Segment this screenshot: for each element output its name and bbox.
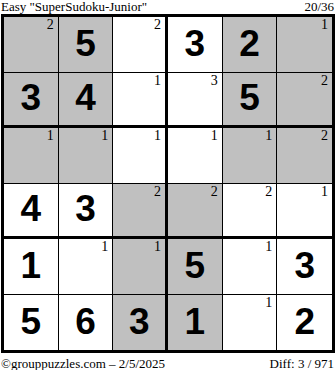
cell-r3c5[interactable]: 1: [223, 128, 278, 184]
cell-value: 1: [21, 247, 42, 286]
given-counter: 20/36: [304, 0, 334, 14]
cell-value: 3: [129, 303, 150, 342]
pencil-mark: 1: [265, 240, 272, 254]
pencil-mark: 3: [211, 74, 218, 88]
cell-value: 3: [75, 190, 96, 229]
cell-r6c3[interactable]: 3: [113, 295, 168, 351]
pencil-mark: 2: [211, 185, 218, 199]
cell-r5c3[interactable]: 1: [113, 239, 168, 295]
pencil-mark: 1: [154, 74, 161, 88]
pencil-mark: 1: [47, 129, 54, 143]
cell-r4c6[interactable]: 1: [277, 184, 332, 240]
cell-r1c6[interactable]: 1: [277, 17, 332, 73]
pencil-mark: 1: [154, 240, 161, 254]
cell-value: 3: [185, 25, 206, 64]
cell-r6c4[interactable]: 1: [168, 295, 223, 351]
cell-value: 6: [75, 303, 96, 342]
cell-r6c6[interactable]: 2: [277, 295, 332, 351]
cell-r1c5[interactable]: 2: [223, 17, 278, 73]
pencil-mark: 2: [321, 74, 328, 88]
sudoku-grid: 252321341352111112432221111513563112: [1, 14, 335, 353]
cell-r2c2[interactable]: 4: [59, 73, 114, 129]
pencil-mark: 1: [265, 129, 272, 143]
puzzle-footer: ©grouppuzzles.com – 2/5/2025 Diff: 3 / 9…: [0, 353, 336, 370]
pencil-mark: 1: [211, 129, 218, 143]
cell-value: 5: [75, 25, 96, 64]
cell-value: 1: [185, 303, 206, 342]
cell-value: 4: [21, 190, 42, 229]
cell-r2c5[interactable]: 5: [223, 73, 278, 129]
pencil-mark: 2: [47, 18, 54, 32]
puzzle-title: Easy "SuperSudoku-Junior": [1, 0, 147, 14]
copyright-text: ©grouppuzzles.com – 2/5/2025: [1, 356, 165, 370]
cell-value: 2: [294, 303, 315, 342]
cell-value: 3: [21, 79, 42, 118]
cell-r3c6[interactable]: 2: [277, 128, 332, 184]
pencil-mark: 1: [321, 185, 328, 199]
cell-value: 3: [294, 247, 315, 286]
pencil-mark: 2: [154, 185, 161, 199]
cell-r3c1[interactable]: 1: [4, 128, 59, 184]
cell-r2c4[interactable]: 3: [168, 73, 223, 129]
pencil-mark: 1: [321, 18, 328, 32]
cell-r3c2[interactable]: 1: [59, 128, 114, 184]
cell-r6c5[interactable]: 1: [223, 295, 278, 351]
cell-r5c5[interactable]: 1: [223, 239, 278, 295]
cell-value: 2: [239, 25, 260, 64]
cell-r3c4[interactable]: 1: [168, 128, 223, 184]
cell-value: 5: [239, 79, 260, 118]
pencil-mark: 2: [321, 129, 328, 143]
cell-r2c3[interactable]: 1: [113, 73, 168, 129]
cell-r4c4[interactable]: 2: [168, 184, 223, 240]
cell-r2c1[interactable]: 3: [4, 73, 59, 129]
cell-r1c2[interactable]: 5: [59, 17, 114, 73]
pencil-mark: 1: [154, 129, 161, 143]
cell-r5c4[interactable]: 5: [168, 239, 223, 295]
pencil-mark: 1: [101, 129, 108, 143]
cell-r5c1[interactable]: 1: [4, 239, 59, 295]
difficulty-text: Diff: 3 / 971: [270, 356, 334, 370]
cell-value: 5: [21, 303, 42, 342]
cell-r4c3[interactable]: 2: [113, 184, 168, 240]
cell-r5c6[interactable]: 3: [277, 239, 332, 295]
cell-r1c4[interactable]: 3: [168, 17, 223, 73]
cell-r1c3[interactable]: 2: [113, 17, 168, 73]
pencil-mark: 1: [101, 240, 108, 254]
puzzle-header: Easy "SuperSudoku-Junior" 20/36: [0, 0, 336, 14]
cell-r1c1[interactable]: 2: [4, 17, 59, 73]
cell-r6c2[interactable]: 6: [59, 295, 114, 351]
cell-r4c2[interactable]: 3: [59, 184, 114, 240]
cell-r6c1[interactable]: 5: [4, 295, 59, 351]
pencil-mark: 2: [265, 185, 272, 199]
cell-value: 4: [75, 79, 96, 118]
pencil-mark: 2: [154, 18, 161, 32]
cell-r5c2[interactable]: 1: [59, 239, 114, 295]
pencil-mark: 1: [265, 296, 272, 310]
cell-r4c1[interactable]: 4: [4, 184, 59, 240]
cell-r2c6[interactable]: 2: [277, 73, 332, 129]
cell-value: 5: [185, 247, 206, 286]
cell-r3c3[interactable]: 1: [113, 128, 168, 184]
cell-r4c5[interactable]: 2: [223, 184, 278, 240]
